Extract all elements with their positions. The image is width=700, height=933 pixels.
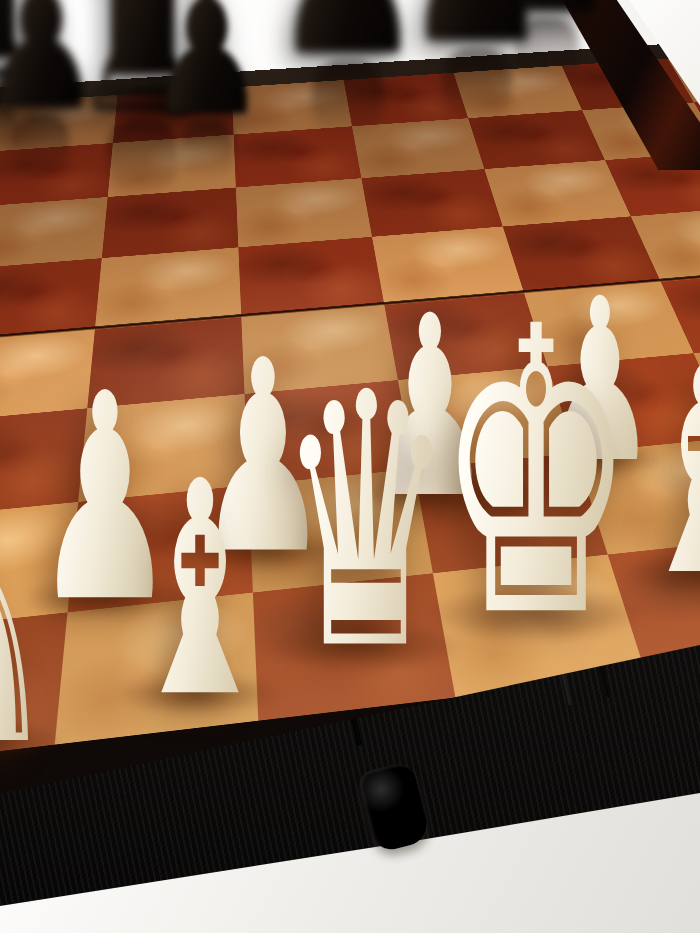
photo-canvas: ♟♟♟♜♟♜♟♟♟♟♝♟♚♛♝♞	[0, 0, 700, 933]
bishop-glyph: ♝	[126, 443, 274, 738]
white-knight[interactable]: ♞	[0, 487, 114, 787]
pieces-layer: ♟♟♟♜♟♜♟♟♟♟♝♟♚♛♝♞	[0, 0, 700, 933]
knight-glyph: ♞	[0, 487, 55, 787]
pawn-glyph: ♟	[148, 0, 267, 143]
black-pawn[interactable]: ♟	[120, 0, 295, 143]
